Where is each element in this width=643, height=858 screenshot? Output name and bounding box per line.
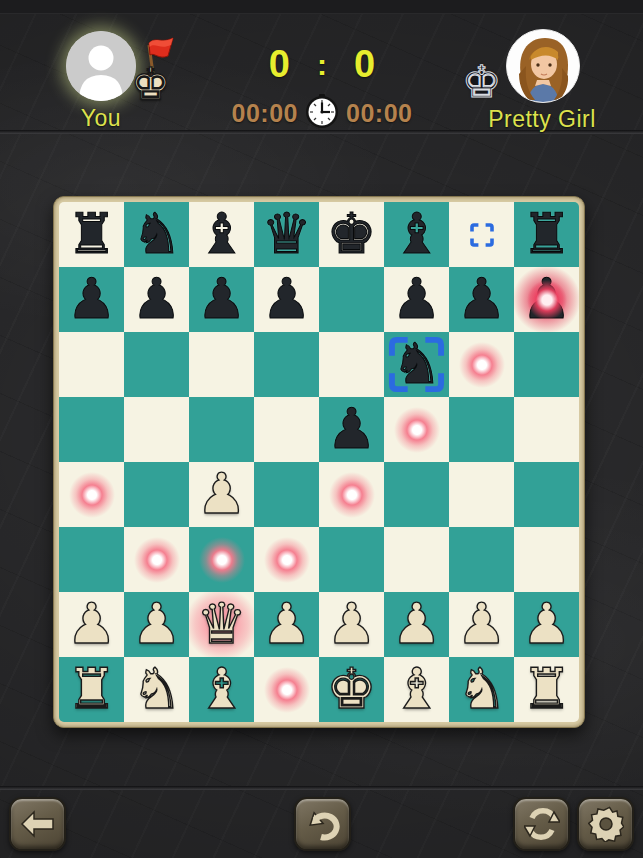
square-e8[interactable]: ♚ [319, 202, 384, 267]
piece-black-bishop[interactable]: ♝ [189, 202, 254, 267]
square-f1[interactable]: ♝ [384, 657, 449, 722]
square-d1[interactable] [254, 657, 319, 722]
piece-white-queen[interactable]: ♛ [189, 592, 254, 657]
opponent-name-label: Pretty Girl [462, 106, 622, 133]
piece-black-pawn[interactable]: ♟ [384, 267, 449, 332]
piece-black-pawn[interactable]: ♟ [319, 397, 384, 462]
square-b5[interactable] [124, 397, 189, 462]
piece-black-pawn[interactable]: ♟ [59, 267, 124, 332]
square-h2[interactable]: ♟ [514, 592, 579, 657]
square-c7[interactable]: ♟ [189, 267, 254, 332]
piece-black-knight[interactable]: ♞ [124, 202, 189, 267]
score-left: 0 [269, 43, 290, 86]
piece-black-rook[interactable]: ♜ [514, 202, 579, 267]
piece-white-pawn[interactable]: ♟ [59, 592, 124, 657]
square-g4[interactable] [449, 462, 514, 527]
chess-board: ♜♞♝♛♚♝♜♟♟♟♟♟♟♟♞♟♟♟♟♛♟♟♟♟♟♜♞♝♚♝♞♜ [59, 202, 579, 722]
square-a2[interactable]: ♟ [59, 592, 124, 657]
square-g3[interactable] [449, 527, 514, 592]
square-f7[interactable]: ♟ [384, 267, 449, 332]
square-h8[interactable]: ♜ [514, 202, 579, 267]
square-b4[interactable] [124, 462, 189, 527]
undo-button[interactable] [294, 797, 351, 851]
score-display: 0 : 0 [232, 43, 412, 86]
move-hint-dot[interactable] [68, 471, 116, 519]
square-a8[interactable]: ♜ [59, 202, 124, 267]
piece-white-rook[interactable]: ♜ [514, 657, 579, 722]
square-d6[interactable] [254, 332, 319, 397]
top-edge-strip [0, 0, 643, 14]
toolbar-divider [0, 786, 643, 790]
square-d4[interactable] [254, 462, 319, 527]
last-move-from-marker [470, 223, 494, 247]
piece-white-king[interactable]: ♚ [319, 657, 384, 722]
square-f6[interactable]: ♞ [384, 332, 449, 397]
square-h3[interactable] [514, 527, 579, 592]
your-avatar [66, 31, 136, 101]
piece-black-rook[interactable]: ♜ [59, 202, 124, 267]
white-timer: 00:00 [232, 99, 298, 128]
move-hint-dot[interactable] [133, 536, 181, 584]
opponent-avatar [506, 29, 580, 103]
square-c4[interactable]: ♟ [189, 462, 254, 527]
move-hint-dot[interactable] [458, 341, 506, 389]
square-h1[interactable]: ♜ [514, 657, 579, 722]
header: ♚ You 0 : 0 00:00 00:00 [0, 13, 643, 130]
square-g1[interactable]: ♞ [449, 657, 514, 722]
square-c2[interactable]: ♛ [189, 592, 254, 657]
square-a5[interactable] [59, 397, 124, 462]
square-b7[interactable]: ♟ [124, 267, 189, 332]
square-f2[interactable]: ♟ [384, 592, 449, 657]
square-b8[interactable]: ♞ [124, 202, 189, 267]
back-button[interactable] [9, 797, 66, 851]
square-e1[interactable]: ♚ [319, 657, 384, 722]
piece-white-knight[interactable]: ♞ [124, 657, 189, 722]
settings-button[interactable] [577, 797, 634, 851]
black-king-icon: ♚ [462, 60, 501, 104]
square-b6[interactable] [124, 332, 189, 397]
square-a1[interactable]: ♜ [59, 657, 124, 722]
piece-white-pawn[interactable]: ♟ [124, 592, 189, 657]
square-f5[interactable] [384, 397, 449, 462]
move-hint-dot[interactable] [328, 471, 376, 519]
piece-black-king[interactable]: ♚ [319, 202, 384, 267]
girl-portrait-icon [507, 30, 579, 102]
move-hint-dot[interactable] [393, 406, 441, 454]
board-frame: ♜♞♝♛♚♝♜♟♟♟♟♟♟♟♞♟♟♟♟♛♟♟♟♟♟♜♞♝♚♝♞♜ [53, 196, 585, 728]
piece-white-bishop[interactable]: ♝ [384, 657, 449, 722]
square-b2[interactable]: ♟ [124, 592, 189, 657]
timer-display: 00:00 00:00 [222, 93, 422, 133]
square-a4[interactable] [59, 462, 124, 527]
square-a3[interactable] [59, 527, 124, 592]
square-e7[interactable] [319, 267, 384, 332]
square-d5[interactable] [254, 397, 319, 462]
black-timer: 00:00 [346, 99, 412, 128]
your-name-label: You [56, 105, 146, 132]
square-e2[interactable]: ♟ [319, 592, 384, 657]
square-e3[interactable] [319, 527, 384, 592]
square-e6[interactable] [319, 332, 384, 397]
square-c1[interactable]: ♝ [189, 657, 254, 722]
square-c3[interactable] [189, 527, 254, 592]
square-c6[interactable] [189, 332, 254, 397]
square-g6[interactable] [449, 332, 514, 397]
piece-white-pawn[interactable]: ♟ [189, 462, 254, 527]
square-d7[interactable]: ♟ [254, 267, 319, 332]
piece-black-knight[interactable]: ♞ [384, 332, 449, 397]
analog-clock-icon [304, 93, 340, 133]
default-person-icon [66, 31, 136, 101]
piece-white-pawn[interactable]: ♟ [514, 592, 579, 657]
square-g5[interactable] [449, 397, 514, 462]
move-hint-dot[interactable] [263, 536, 311, 584]
square-a7[interactable]: ♟ [59, 267, 124, 332]
piece-white-pawn[interactable]: ♟ [449, 592, 514, 657]
square-b3[interactable] [124, 527, 189, 592]
score-right: 0 [354, 43, 375, 86]
flip-board-button[interactable] [513, 797, 570, 851]
piece-white-rook[interactable]: ♜ [59, 657, 124, 722]
square-h4[interactable] [514, 462, 579, 527]
score-separator: : [317, 48, 327, 82]
square-d2[interactable]: ♟ [254, 592, 319, 657]
capture-hint-dot[interactable] [526, 279, 568, 321]
square-g8[interactable] [449, 202, 514, 267]
square-h5[interactable] [514, 397, 579, 462]
white-king-icon: ♚ [131, 62, 170, 106]
piece-white-pawn[interactable]: ♟ [254, 592, 319, 657]
piece-black-pawn[interactable]: ♟ [124, 267, 189, 332]
piece-white-knight[interactable]: ♞ [449, 657, 514, 722]
square-d8[interactable]: ♛ [254, 202, 319, 267]
square-e4[interactable] [319, 462, 384, 527]
move-hint-dot[interactable] [263, 666, 311, 714]
square-f8[interactable]: ♝ [384, 202, 449, 267]
square-d3[interactable] [254, 527, 319, 592]
square-g7[interactable]: ♟ [449, 267, 514, 332]
square-b1[interactable]: ♞ [124, 657, 189, 722]
square-a6[interactable] [59, 332, 124, 397]
piece-black-pawn[interactable]: ♟ [449, 267, 514, 332]
square-f3[interactable] [384, 527, 449, 592]
square-e5[interactable]: ♟ [319, 397, 384, 462]
piece-white-pawn[interactable]: ♟ [384, 592, 449, 657]
square-c8[interactable]: ♝ [189, 202, 254, 267]
square-c5[interactable] [189, 397, 254, 462]
move-hint-dot[interactable] [198, 536, 246, 584]
piece-black-bishop[interactable]: ♝ [384, 202, 449, 267]
piece-black-pawn[interactable]: ♟ [189, 267, 254, 332]
piece-black-pawn[interactable]: ♟ [254, 267, 319, 332]
square-g2[interactable]: ♟ [449, 592, 514, 657]
square-h6[interactable] [514, 332, 579, 397]
piece-black-queen[interactable]: ♛ [254, 202, 319, 267]
square-h7[interactable]: ♟ [514, 267, 579, 332]
piece-white-bishop[interactable]: ♝ [189, 657, 254, 722]
square-f4[interactable] [384, 462, 449, 527]
piece-white-pawn[interactable]: ♟ [319, 592, 384, 657]
